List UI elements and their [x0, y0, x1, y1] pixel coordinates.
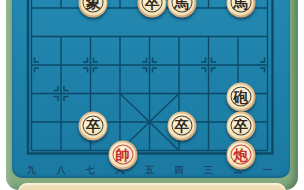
file-label-6: 四 — [175, 166, 184, 175]
piece-character: 炮 — [226, 141, 255, 169]
piece-character: 卒 — [167, 112, 196, 140]
piece-character: 砲 — [226, 83, 255, 111]
piece-character: 馬 — [167, 0, 196, 17]
piece-red-general[interactable]: 帥 — [108, 141, 137, 170]
piece-character: 象 — [79, 0, 108, 17]
file-label-2: 八 — [57, 166, 66, 175]
page-background: { "game": "xiangqi", "view": "bottom (re… — [0, 0, 304, 190]
piece-character: 卒 — [138, 0, 167, 17]
bottom-panel — [18, 183, 286, 190]
file-label-5: 五 — [145, 166, 154, 175]
piece-black-pawn[interactable]: 卒 — [138, 0, 167, 18]
piece-black-pawn[interactable]: 卒 — [79, 112, 108, 141]
file-label-3: 七 — [86, 166, 95, 175]
piece-black-cannon[interactable]: 砲 — [226, 83, 255, 112]
file-label-1: 九 — [27, 166, 36, 175]
piece-black-elephant[interactable]: 象 — [79, 0, 108, 18]
piece-character: 卒 — [79, 112, 108, 140]
piece-character: 帥 — [108, 141, 137, 169]
piece-black-horse[interactable]: 馬 — [167, 0, 196, 18]
file-label-7: 三 — [204, 166, 213, 175]
piece-black-pawn[interactable]: 卒 — [167, 112, 196, 141]
piece-character: 卒 — [226, 112, 255, 140]
file-label-9: 一 — [263, 166, 272, 175]
piece-character: 馬 — [226, 0, 255, 17]
piece-red-cannon[interactable]: 炮 — [226, 141, 255, 170]
board-grid — [0, 0, 304, 190]
piece-black-horse[interactable]: 馬 — [226, 0, 255, 18]
piece-black-pawn[interactable]: 卒 — [226, 112, 255, 141]
